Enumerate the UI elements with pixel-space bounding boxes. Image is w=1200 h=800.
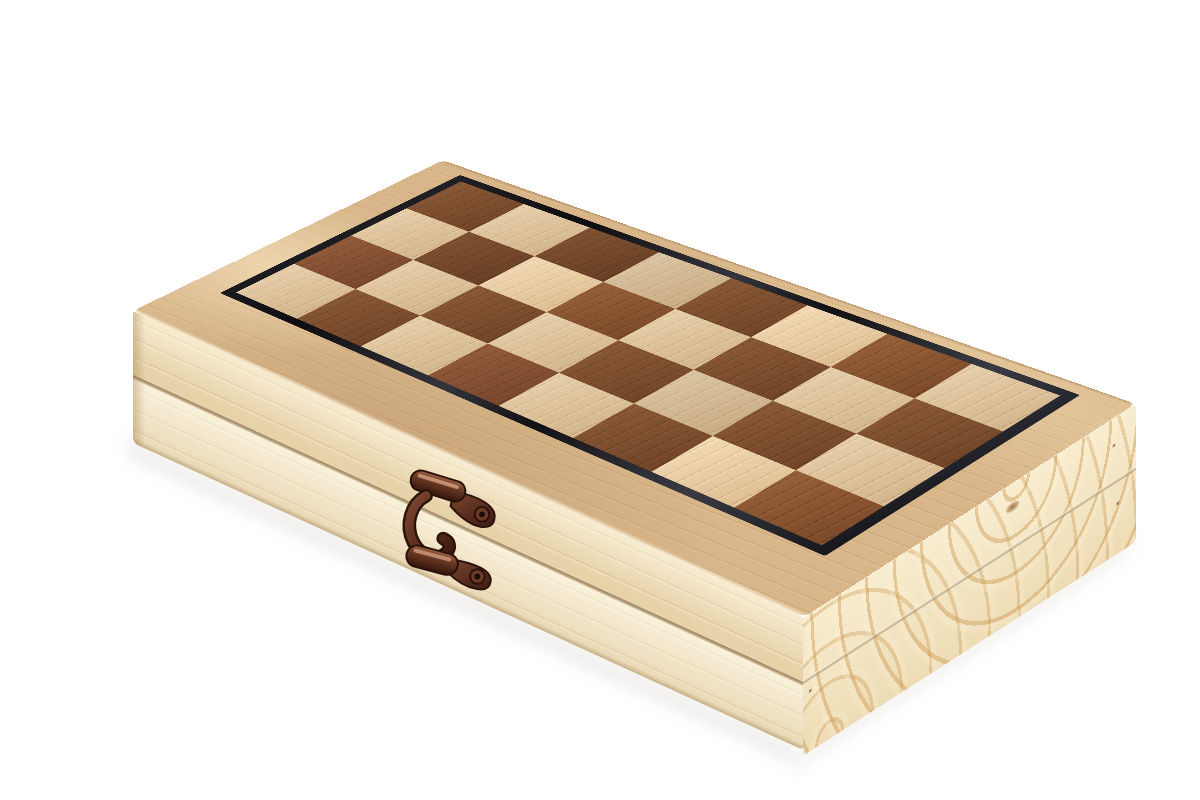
- photo-canvas: [0, 0, 1200, 800]
- wood-knot: [1006, 498, 1020, 516]
- front-left-corner-shading: [133, 311, 145, 449]
- clasp-latch: [398, 456, 510, 602]
- nail-hole: [1112, 443, 1115, 448]
- latch-group: [398, 467, 501, 590]
- nail-hole: [1116, 501, 1119, 506]
- nail-hole: [809, 688, 812, 693]
